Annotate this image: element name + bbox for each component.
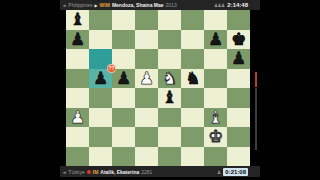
top-right-cluster: ♟♟♟ 2:14:48 [214,2,257,8]
square-c3[interactable] [112,108,135,128]
square-f3[interactable] [181,108,204,128]
square-h2[interactable] [227,127,250,147]
square-b4[interactable] [89,88,112,108]
white-pawn-d5[interactable]: ♟ [135,69,158,89]
square-g7[interactable]: ♟ [204,30,227,50]
square-h1[interactable] [227,147,250,167]
square-f8[interactable] [181,10,204,30]
square-a4[interactable] [66,88,89,108]
square-a6[interactable] [66,49,89,69]
square-a2[interactable] [66,127,89,147]
square-e6[interactable] [158,49,181,69]
square-d8[interactable] [135,10,158,30]
square-f2[interactable] [181,127,204,147]
square-d1[interactable] [135,147,158,167]
white-pawn-a3[interactable]: ♟ [66,108,89,128]
square-e3[interactable] [158,108,181,128]
square-a1[interactable] [66,147,89,167]
top-player-name: Mendoza, Shaina Mae [112,2,164,8]
square-a8[interactable]: ♝ [66,10,89,30]
bottom-player-clock: 0:21:08 [223,168,248,176]
square-d2[interactable] [135,127,158,147]
top-player-clock: 2:14:48 [227,2,248,8]
chess-board[interactable]: ♝♟♟♚♟♟♟♟♞♞♝♟♝♚?? [66,10,250,166]
right-edge-scrollbar[interactable] [255,88,257,150]
black-pawn-g7[interactable]: ♟ [204,30,227,50]
square-h7[interactable]: ♚ [227,30,250,50]
square-a7[interactable]: ♟ [66,30,89,50]
square-a5[interactable] [66,69,89,89]
top-player-country: Philippines [68,2,92,8]
video-frame: « Philippines ▶ WIM Mendoza, Shaina Mae … [0,0,320,180]
square-e2[interactable] [158,127,181,147]
black-pawn-a7[interactable]: ♟ [66,30,89,50]
square-b1[interactable] [89,147,112,167]
square-h4[interactable] [227,88,250,108]
square-b8[interactable] [89,10,112,30]
square-g1[interactable] [204,147,227,167]
square-c5[interactable]: ♟ [112,69,135,89]
square-f1[interactable] [181,147,204,167]
top-player-bar[interactable]: « Philippines ▶ WIM Mendoza, Shaina Mae … [60,0,260,10]
square-e1[interactable] [158,147,181,167]
play-indicator-icon: ▶ [95,3,98,8]
square-g2[interactable]: ♚ [204,127,227,147]
square-d3[interactable] [135,108,158,128]
square-d7[interactable] [135,30,158,50]
square-c1[interactable] [112,147,135,167]
square-g5[interactable] [204,69,227,89]
pillarbox-left [0,0,60,180]
bottom-player-title: IM [93,169,99,175]
broadcast-column: « Philippines ▶ WIM Mendoza, Shaina Mae … [60,0,260,180]
black-bishop-e4[interactable]: ♝ [158,88,181,108]
square-d6[interactable] [135,49,158,69]
black-pawn-c5[interactable]: ♟ [112,69,135,89]
bottom-player-name: Atalik, Ekaterina [100,169,139,175]
square-e8[interactable] [158,10,181,30]
black-king-h7[interactable]: ♚ [227,30,250,50]
white-bishop-g3[interactable]: ♝ [204,108,227,128]
square-g6[interactable] [204,49,227,69]
bottom-player-bar[interactable]: « Türkiye IM Atalik, Ekaterina 2281 ♟ 0:… [60,166,260,177]
square-d5[interactable]: ♟ [135,69,158,89]
square-f7[interactable] [181,30,204,50]
square-b2[interactable] [89,127,112,147]
square-c2[interactable] [112,127,135,147]
square-h5[interactable] [227,69,250,89]
square-c7[interactable] [112,30,135,50]
bottom-right-cluster: ♟ 0:21:08 [217,168,257,176]
blunder-badge: ?? [107,64,116,73]
pillarbox-right [260,0,320,180]
turkiye-flag-icon [87,170,91,174]
square-e4[interactable]: ♝ [158,88,181,108]
black-knight-f5[interactable]: ♞ [181,69,204,89]
back-icon-bottom[interactable]: « [63,169,66,175]
white-knight-e5[interactable]: ♞ [158,69,181,89]
square-e5[interactable]: ♞ [158,69,181,89]
square-g3[interactable]: ♝ [204,108,227,128]
square-h3[interactable] [227,108,250,128]
square-h6[interactable]: ♟ [227,49,250,69]
black-pawn-h6[interactable]: ♟ [227,49,250,69]
captured-piece-icon-bottom: ♟ [217,169,220,175]
right-edge-red-marker [255,72,257,87]
square-d4[interactable] [135,88,158,108]
square-a3[interactable]: ♟ [66,108,89,128]
white-king-g2[interactable]: ♚ [204,127,227,147]
captured-pieces-icons: ♟♟♟ [214,2,224,8]
square-f5[interactable]: ♞ [181,69,204,89]
square-c8[interactable] [112,10,135,30]
bottom-player-country: Türkiye [68,169,84,175]
square-e7[interactable] [158,30,181,50]
square-b7[interactable] [89,30,112,50]
top-player-rating: 2013 [166,2,177,8]
back-icon[interactable]: « [63,2,66,8]
square-f4[interactable] [181,88,204,108]
square-g8[interactable] [204,10,227,30]
square-b3[interactable] [89,108,112,128]
square-h8[interactable] [227,10,250,30]
square-f6[interactable] [181,49,204,69]
square-c4[interactable] [112,88,135,108]
bottom-player-rating: 2281 [141,169,152,175]
top-player-title: WIM [100,2,110,8]
black-bishop-a8[interactable]: ♝ [66,10,89,30]
square-g4[interactable] [204,88,227,108]
